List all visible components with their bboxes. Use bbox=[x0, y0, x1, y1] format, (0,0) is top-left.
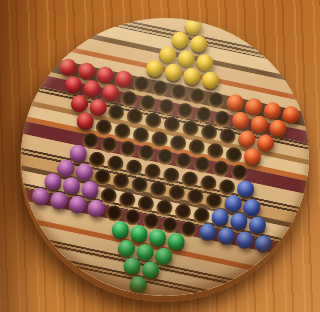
chinese-checkers-photo bbox=[0, 0, 320, 312]
chinese-checkers-board bbox=[21, 18, 309, 296]
board-surface bbox=[21, 18, 309, 296]
